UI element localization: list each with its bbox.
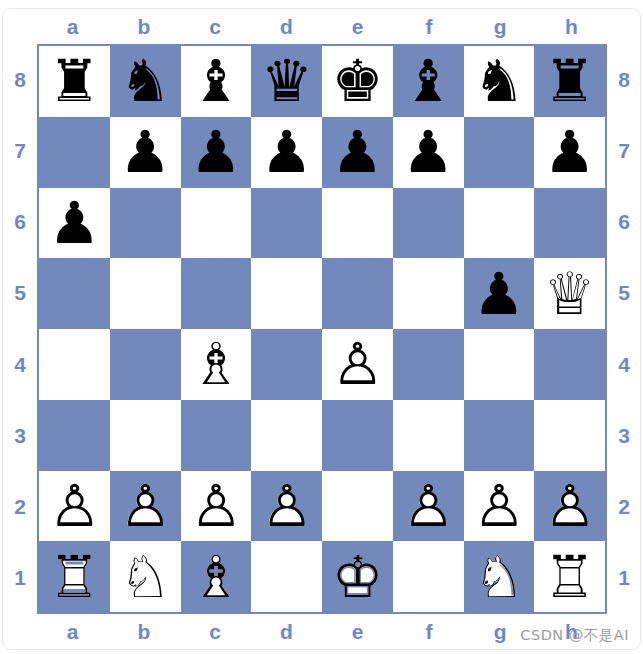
rank-label-7: 7 [607,115,641,186]
piece-glyph: ♟ [119,123,171,181]
piece-black-king[interactable]: ♚ [331,52,383,110]
piece-black-pawn[interactable]: ♟ [544,123,596,181]
square-c6[interactable] [181,188,252,259]
piece-outline-layer: ♖ [544,548,596,606]
square-a4[interactable] [39,329,110,400]
piece-glyph: ♟ [261,123,313,181]
square-c2[interactable]: ♟♙ [181,471,252,542]
square-h6[interactable] [534,188,605,259]
square-b1[interactable]: ♞♘ [110,541,181,612]
piece-black-knight[interactable]: ♞ [119,52,171,110]
square-e6[interactable] [322,188,393,259]
square-f2[interactable]: ♟♙ [393,471,464,542]
piece-black-pawn[interactable]: ♟ [473,265,525,323]
square-a3[interactable] [39,400,110,471]
square-d1[interactable] [251,541,322,612]
square-a1[interactable]: ♜♖ [39,541,110,612]
square-g8[interactable]: ♞ [464,46,535,117]
rank-label-8: 8 [607,44,641,115]
piece-white-rook[interactable]: ♜♖ [48,548,100,606]
piece-glyph: ♝ [402,52,454,110]
file-label-h: h [536,9,607,44]
rank-label-2: 2 [607,472,641,543]
piece-white-king[interactable]: ♚♔ [331,548,383,606]
square-a2[interactable]: ♟♙ [39,471,110,542]
piece-glyph: ♜ [544,52,596,110]
piece-outline-layer: ♙ [544,477,596,535]
square-h8[interactable]: ♜ [534,46,605,117]
square-c1[interactable]: ♝♗ [181,541,252,612]
piece-glyph: ♟ [473,265,525,323]
piece-white-pawn[interactable]: ♟♙ [544,477,596,535]
piece-glyph: ♚ [331,52,383,110]
file-label-a: a [37,614,108,650]
piece-white-rook[interactable]: ♜♖ [544,548,596,606]
piece-white-pawn[interactable]: ♟♙ [190,477,242,535]
square-b8[interactable]: ♞ [110,46,181,117]
rank-label-5: 5 [607,258,641,329]
square-f7[interactable]: ♟ [393,117,464,188]
square-b2[interactable]: ♟♙ [110,471,181,542]
rank-label-1: 1 [607,543,641,614]
square-e5[interactable] [322,258,393,329]
piece-outline-layer: ♙ [190,477,242,535]
piece-glyph: ♟ [402,123,454,181]
file-label-g: g [465,9,536,44]
piece-outline-layer: ♗ [190,548,242,606]
piece-white-pawn[interactable]: ♟♙ [261,477,313,535]
piece-black-bishop[interactable]: ♝ [190,52,242,110]
square-e3[interactable] [322,400,393,471]
piece-outline-layer: ♙ [48,477,100,535]
piece-black-bishop[interactable]: ♝ [402,52,454,110]
piece-outline-layer: ♖ [48,548,100,606]
square-g4[interactable] [464,329,535,400]
square-a7[interactable] [39,117,110,188]
square-f6[interactable] [393,188,464,259]
rank-label-3: 3 [607,400,641,471]
piece-outline-layer: ♘ [119,548,171,606]
piece-black-knight[interactable]: ♞ [473,52,525,110]
file-label-c: c [180,614,251,650]
piece-outline-layer: ♙ [331,335,383,393]
square-b6[interactable] [110,188,181,259]
piece-black-queen[interactable]: ♛ [261,52,313,110]
chess-board: ♜♞♝♛♚♝♞♜♟♟♟♟♟♟♟♟♛♕♝♗♟♙♟♙♟♙♟♙♟♙♟♙♟♙♟♙♜♖♞♘… [37,44,607,614]
square-g2[interactable]: ♟♙ [464,471,535,542]
file-label-e: e [322,9,393,44]
piece-white-bishop[interactable]: ♝♗ [190,548,242,606]
rank-label-1: 1 [3,543,37,614]
square-e1[interactable]: ♚♔ [322,541,393,612]
square-c3[interactable] [181,400,252,471]
chessboard-card: abcdefgh 87654321 ♜♞♝♛♚♝♞♜♟♟♟♟♟♟♟♟♛♕♝♗♟♙… [2,8,641,650]
square-d3[interactable] [251,400,322,471]
file-labels-top: abcdefgh [37,9,607,44]
piece-black-rook[interactable]: ♜ [48,52,100,110]
square-b3[interactable] [110,400,181,471]
square-b5[interactable] [110,258,181,329]
piece-outline-layer: ♙ [473,477,525,535]
file-label-e: e [322,614,393,650]
piece-glyph: ♟ [544,123,596,181]
rank-label-5: 5 [3,258,37,329]
rank-label-2: 2 [3,472,37,543]
piece-white-pawn[interactable]: ♟♙ [331,335,383,393]
piece-outline-layer: ♙ [119,477,171,535]
piece-glyph: ♟ [331,123,383,181]
piece-outline-layer: ♗ [190,335,242,393]
piece-black-pawn[interactable]: ♟ [48,194,100,252]
file-label-f: f [393,9,464,44]
square-g7[interactable] [464,117,535,188]
square-d8[interactable]: ♛ [251,46,322,117]
square-d5[interactable] [251,258,322,329]
rank-label-7: 7 [3,115,37,186]
board-layout: abcdefgh 87654321 ♜♞♝♛♚♝♞♜♟♟♟♟♟♟♟♟♛♕♝♗♟♙… [3,9,641,650]
piece-white-pawn[interactable]: ♟♙ [119,477,171,535]
piece-outline-layer: ♘ [473,548,525,606]
square-g3[interactable] [464,400,535,471]
rank-label-4: 4 [3,329,37,400]
square-a6[interactable]: ♟ [39,188,110,259]
square-h1[interactable]: ♜♖ [534,541,605,612]
piece-glyph: ♜ [48,52,100,110]
square-b7[interactable]: ♟ [110,117,181,188]
rank-label-4: 4 [607,329,641,400]
square-c8[interactable]: ♝ [181,46,252,117]
piece-outline-layer: ♙ [402,477,454,535]
piece-white-queen[interactable]: ♛♕ [544,265,596,323]
square-g5[interactable]: ♟ [464,258,535,329]
file-label-c: c [180,9,251,44]
piece-glyph: ♟ [190,123,242,181]
piece-outline-layer: ♔ [331,548,383,606]
file-label-a: a [37,9,108,44]
file-label-d: d [251,9,322,44]
file-label-f: f [393,614,464,650]
square-a8[interactable]: ♜ [39,46,110,117]
square-f5[interactable] [393,258,464,329]
square-f3[interactable] [393,400,464,471]
piece-black-pawn[interactable]: ♟ [402,123,454,181]
piece-black-pawn[interactable]: ♟ [331,123,383,181]
piece-black-pawn[interactable]: ♟ [190,123,242,181]
piece-glyph: ♛ [261,52,313,110]
square-e7[interactable]: ♟ [322,117,393,188]
piece-white-knight[interactable]: ♞♘ [119,548,171,606]
file-label-d: d [251,614,322,650]
csdn-watermark: CSDN @不是AI [520,626,629,645]
rank-label-6: 6 [607,187,641,258]
piece-white-pawn[interactable]: ♟♙ [473,477,525,535]
rank-label-3: 3 [3,400,37,471]
piece-black-rook[interactable]: ♜ [544,52,596,110]
square-c5[interactable] [181,258,252,329]
piece-white-pawn[interactable]: ♟♙ [402,477,454,535]
piece-black-pawn[interactable]: ♟ [261,123,313,181]
square-d6[interactable] [251,188,322,259]
rank-label-6: 6 [3,187,37,258]
piece-black-pawn[interactable]: ♟ [119,123,171,181]
piece-glyph: ♟ [48,194,100,252]
square-c4[interactable]: ♝♗ [181,329,252,400]
file-label-b: b [108,9,179,44]
square-d7[interactable]: ♟ [251,117,322,188]
square-g1[interactable]: ♞♘ [464,541,535,612]
square-b4[interactable] [110,329,181,400]
square-h5[interactable]: ♛♕ [534,258,605,329]
square-e4[interactable]: ♟♙ [322,329,393,400]
square-e8[interactable]: ♚ [322,46,393,117]
square-g6[interactable] [464,188,535,259]
file-label-b: b [108,614,179,650]
square-a5[interactable] [39,258,110,329]
piece-white-knight[interactable]: ♞♘ [473,548,525,606]
rank-labels-right: 87654321 [607,44,641,614]
square-h4[interactable] [534,329,605,400]
square-h2[interactable]: ♟♙ [534,471,605,542]
square-e2[interactable] [322,471,393,542]
square-d2[interactable]: ♟♙ [251,471,322,542]
piece-white-bishop[interactable]: ♝♗ [190,335,242,393]
piece-glyph: ♞ [473,52,525,110]
piece-glyph: ♞ [119,52,171,110]
square-h7[interactable]: ♟ [534,117,605,188]
piece-outline-layer: ♕ [544,265,596,323]
square-f4[interactable] [393,329,464,400]
piece-outline-layer: ♙ [261,477,313,535]
square-f1[interactable] [393,541,464,612]
piece-white-pawn[interactable]: ♟♙ [48,477,100,535]
square-c7[interactable]: ♟ [181,117,252,188]
square-f8[interactable]: ♝ [393,46,464,117]
rank-labels-left: 87654321 [3,44,37,614]
rank-label-8: 8 [3,44,37,115]
piece-glyph: ♝ [190,52,242,110]
square-h3[interactable] [534,400,605,471]
square-d4[interactable] [251,329,322,400]
